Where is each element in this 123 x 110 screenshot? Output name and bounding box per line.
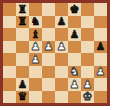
- square-e2[interactable]: [55, 78, 68, 91]
- square-a6[interactable]: [3, 28, 16, 41]
- square-f8[interactable]: ♚: [68, 3, 81, 16]
- white-pawn: ♟: [83, 78, 93, 89]
- black-rook: ♜: [18, 16, 28, 27]
- square-b5[interactable]: [16, 41, 29, 54]
- square-g1[interactable]: ♚: [81, 91, 94, 104]
- square-c1[interactable]: [29, 91, 42, 104]
- square-g7[interactable]: [81, 16, 94, 29]
- white-pawn: ♟: [31, 41, 41, 52]
- square-e3[interactable]: [55, 66, 68, 79]
- square-a2[interactable]: [3, 78, 16, 91]
- square-c7[interactable]: ♞: [29, 16, 42, 29]
- square-f6[interactable]: ♟: [68, 28, 81, 41]
- white-pawn: ♟: [44, 41, 54, 52]
- white-pawn: ♟: [96, 66, 106, 77]
- chess-board-frame: ♜♚♜♞♟♝♟♟♟♟♟♟♞♟♟♟♟♛♚: [0, 0, 110, 106]
- square-h7[interactable]: [94, 16, 107, 29]
- square-e6[interactable]: [55, 28, 68, 41]
- square-b7[interactable]: ♜: [16, 16, 29, 29]
- white-pawn: ♟: [31, 53, 41, 64]
- square-a4[interactable]: [3, 53, 16, 66]
- square-g2[interactable]: ♟: [81, 78, 94, 91]
- square-f4[interactable]: [68, 53, 81, 66]
- square-g4[interactable]: [81, 53, 94, 66]
- square-b4[interactable]: [16, 53, 29, 66]
- square-b8[interactable]: ♜: [16, 3, 29, 16]
- square-a5[interactable]: [3, 41, 16, 54]
- square-a1[interactable]: [3, 91, 16, 104]
- square-c4[interactable]: ♟: [29, 53, 42, 66]
- square-h2[interactable]: [94, 78, 107, 91]
- square-f1[interactable]: [68, 91, 81, 104]
- square-f7[interactable]: [68, 16, 81, 29]
- square-e8[interactable]: [55, 3, 68, 16]
- black-bishop: ♝: [31, 28, 41, 39]
- square-b2[interactable]: ♟: [16, 78, 29, 91]
- black-pawn: ♟: [96, 41, 106, 52]
- square-c6[interactable]: ♝: [29, 28, 42, 41]
- square-a8[interactable]: [3, 3, 16, 16]
- square-g3[interactable]: [81, 66, 94, 79]
- chess-board: ♜♚♜♞♟♝♟♟♟♟♟♟♞♟♟♟♟♛♚: [3, 3, 107, 103]
- square-g6[interactable]: [81, 28, 94, 41]
- white-pawn: ♟: [57, 41, 67, 52]
- black-king: ♚: [70, 3, 80, 14]
- square-d1[interactable]: [42, 91, 55, 104]
- square-h5[interactable]: ♟: [94, 41, 107, 54]
- square-d7[interactable]: [42, 16, 55, 29]
- square-c5[interactable]: ♟: [29, 41, 42, 54]
- square-h4[interactable]: [94, 53, 107, 66]
- square-a7[interactable]: [3, 16, 16, 29]
- square-g5[interactable]: [81, 41, 94, 54]
- white-knight: ♞: [70, 66, 80, 77]
- square-d8[interactable]: [42, 3, 55, 16]
- square-d3[interactable]: [42, 66, 55, 79]
- square-e7[interactable]: ♟: [55, 16, 68, 29]
- square-e1[interactable]: [55, 91, 68, 104]
- square-b1[interactable]: ♛: [16, 91, 29, 104]
- square-c3[interactable]: [29, 66, 42, 79]
- square-h1[interactable]: [94, 91, 107, 104]
- square-f2[interactable]: ♟: [68, 78, 81, 91]
- black-pawn: ♟: [18, 78, 28, 89]
- square-b6[interactable]: [16, 28, 29, 41]
- black-pawn: ♟: [70, 28, 80, 39]
- square-a3[interactable]: [3, 66, 16, 79]
- square-d6[interactable]: [42, 28, 55, 41]
- square-d4[interactable]: [42, 53, 55, 66]
- square-f5[interactable]: [68, 41, 81, 54]
- square-d5[interactable]: ♟: [42, 41, 55, 54]
- black-knight: ♞: [31, 16, 41, 27]
- square-g8[interactable]: [81, 3, 94, 16]
- square-h6[interactable]: [94, 28, 107, 41]
- black-pawn: ♟: [57, 16, 67, 27]
- white-pawn: ♟: [70, 78, 80, 89]
- square-f3[interactable]: ♞: [68, 66, 81, 79]
- black-queen: ♛: [18, 91, 28, 102]
- black-rook: ♜: [18, 3, 28, 14]
- square-h8[interactable]: [94, 3, 107, 16]
- square-e4[interactable]: [55, 53, 68, 66]
- square-b3[interactable]: [16, 66, 29, 79]
- square-c8[interactable]: [29, 3, 42, 16]
- square-h3[interactable]: ♟: [94, 66, 107, 79]
- square-e5[interactable]: ♟: [55, 41, 68, 54]
- square-c2[interactable]: [29, 78, 42, 91]
- white-king: ♚: [83, 91, 93, 102]
- square-d2[interactable]: [42, 78, 55, 91]
